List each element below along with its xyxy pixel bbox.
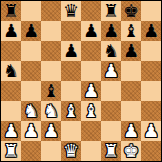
- square-h7[interactable]: ♟: [141, 21, 161, 41]
- piece-black-knight[interactable]: ♞: [103, 41, 119, 61]
- piece-black-king[interactable]: ♚: [123, 1, 139, 21]
- square-a3[interactable]: [1, 101, 21, 121]
- square-a7[interactable]: ♟: [1, 21, 21, 41]
- piece-white-knight[interactable]: ♞: [43, 101, 59, 121]
- piece-white-pawn[interactable]: ♟: [3, 121, 19, 141]
- piece-black-queen[interactable]: ♛: [63, 1, 79, 21]
- square-f6[interactable]: ♞: [101, 41, 121, 61]
- piece-white-king[interactable]: ♚: [123, 141, 139, 161]
- square-b7[interactable]: ♟: [21, 21, 41, 41]
- piece-black-rook[interactable]: ♜: [103, 1, 119, 21]
- square-g6[interactable]: ♟: [121, 41, 141, 61]
- piece-white-rook[interactable]: ♜: [103, 141, 119, 161]
- square-g2[interactable]: ♟: [121, 121, 141, 141]
- piece-white-knight[interactable]: ♞: [23, 101, 39, 121]
- square-g5[interactable]: [121, 61, 141, 81]
- square-d3[interactable]: ♝: [61, 101, 81, 121]
- piece-black-knight[interactable]: ♞: [3, 61, 19, 81]
- square-b8[interactable]: [21, 1, 41, 21]
- square-c8[interactable]: [41, 1, 61, 21]
- square-b3[interactable]: ♞: [21, 101, 41, 121]
- square-e2[interactable]: [81, 121, 101, 141]
- square-b5[interactable]: [21, 61, 41, 81]
- square-e1[interactable]: [81, 141, 101, 161]
- square-a8[interactable]: ♜: [1, 1, 21, 21]
- board-frame: ♜♛♜♚♟♟♟♟♝♟♟♞♟♞♟♝♟♞♞♝♝♟♟♟♟♟♜♛♜♚: [0, 0, 162, 162]
- square-e7[interactable]: ♟: [81, 21, 101, 41]
- square-e3[interactable]: ♝: [81, 101, 101, 121]
- square-d2[interactable]: [61, 121, 81, 141]
- piece-black-pawn[interactable]: ♟: [83, 21, 99, 41]
- square-b4[interactable]: [21, 81, 41, 101]
- square-f4[interactable]: [101, 81, 121, 101]
- piece-black-pawn[interactable]: ♟: [63, 41, 79, 61]
- piece-black-pawn[interactable]: ♟: [23, 21, 39, 41]
- square-h2[interactable]: ♟: [141, 121, 161, 141]
- piece-white-bishop[interactable]: ♝: [83, 101, 99, 121]
- piece-white-pawn[interactable]: ♟: [103, 61, 119, 81]
- piece-black-rook[interactable]: ♜: [3, 1, 19, 21]
- square-h5[interactable]: [141, 61, 161, 81]
- piece-white-rook[interactable]: ♜: [3, 141, 19, 161]
- square-d1[interactable]: ♛: [61, 141, 81, 161]
- square-f2[interactable]: [101, 121, 121, 141]
- square-e4[interactable]: ♟: [81, 81, 101, 101]
- square-g4[interactable]: [121, 81, 141, 101]
- square-g7[interactable]: ♝: [121, 21, 141, 41]
- square-g8[interactable]: ♚: [121, 1, 141, 21]
- square-g1[interactable]: ♚: [121, 141, 141, 161]
- square-e6[interactable]: [81, 41, 101, 61]
- square-a4[interactable]: [1, 81, 21, 101]
- square-c4[interactable]: ♝: [41, 81, 61, 101]
- square-a5[interactable]: ♞: [1, 61, 21, 81]
- square-f3[interactable]: [101, 101, 121, 121]
- piece-white-pawn[interactable]: ♟: [83, 81, 99, 101]
- square-e8[interactable]: [81, 1, 101, 21]
- square-b6[interactable]: [21, 41, 41, 61]
- square-a2[interactable]: ♟: [1, 121, 21, 141]
- piece-white-pawn[interactable]: ♟: [123, 121, 139, 141]
- square-h1[interactable]: [141, 141, 161, 161]
- chess-board: ♜♛♜♚♟♟♟♟♝♟♟♞♟♞♟♝♟♞♞♝♝♟♟♟♟♟♜♛♜♚: [1, 1, 161, 161]
- square-c7[interactable]: [41, 21, 61, 41]
- square-d4[interactable]: [61, 81, 81, 101]
- square-d7[interactable]: [61, 21, 81, 41]
- piece-white-pawn[interactable]: ♟: [23, 121, 39, 141]
- square-a6[interactable]: [1, 41, 21, 61]
- piece-black-bishop[interactable]: ♝: [123, 21, 139, 41]
- square-c2[interactable]: ♟: [41, 121, 61, 141]
- square-f8[interactable]: ♜: [101, 1, 121, 21]
- square-b1[interactable]: [21, 141, 41, 161]
- square-c1[interactable]: [41, 141, 61, 161]
- piece-black-pawn[interactable]: ♟: [3, 21, 19, 41]
- square-g3[interactable]: [121, 101, 141, 121]
- square-c3[interactable]: ♞: [41, 101, 61, 121]
- piece-black-pawn[interactable]: ♟: [143, 21, 159, 41]
- square-f5[interactable]: ♟: [101, 61, 121, 81]
- piece-white-queen[interactable]: ♛: [63, 141, 79, 161]
- square-d6[interactable]: ♟: [61, 41, 81, 61]
- square-b2[interactable]: ♟: [21, 121, 41, 141]
- square-c6[interactable]: [41, 41, 61, 61]
- square-d8[interactable]: ♛: [61, 1, 81, 21]
- square-c5[interactable]: [41, 61, 61, 81]
- square-f7[interactable]: ♟: [101, 21, 121, 41]
- piece-black-bishop[interactable]: ♝: [43, 81, 59, 101]
- square-h3[interactable]: [141, 101, 161, 121]
- square-h8[interactable]: [141, 1, 161, 21]
- square-h6[interactable]: [141, 41, 161, 61]
- piece-white-bishop[interactable]: ♝: [63, 101, 79, 121]
- piece-black-pawn[interactable]: ♟: [103, 21, 119, 41]
- piece-white-pawn[interactable]: ♟: [43, 121, 59, 141]
- square-f1[interactable]: ♜: [101, 141, 121, 161]
- square-h4[interactable]: [141, 81, 161, 101]
- square-e5[interactable]: [81, 61, 101, 81]
- square-a1[interactable]: ♜: [1, 141, 21, 161]
- square-d5[interactable]: [61, 61, 81, 81]
- piece-black-pawn[interactable]: ♟: [123, 41, 139, 61]
- piece-white-pawn[interactable]: ♟: [143, 121, 159, 141]
